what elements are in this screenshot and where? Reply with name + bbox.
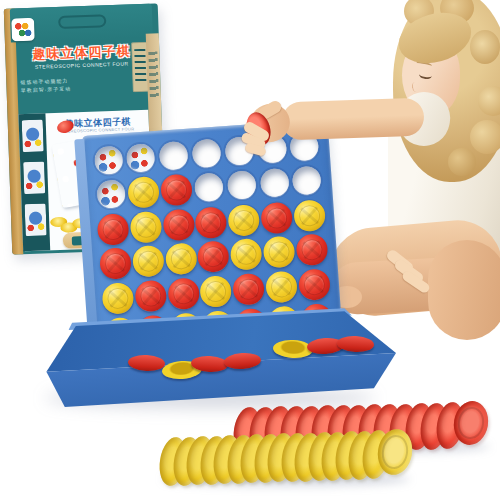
yellow-disc-row: [0, 0, 500, 500]
product-photo: 趣味立体四子棋 STEREOSCOPIC CONNECT FOUR 锻炼动手动脑…: [0, 0, 500, 500]
foreground-disc-rows: [0, 0, 500, 500]
